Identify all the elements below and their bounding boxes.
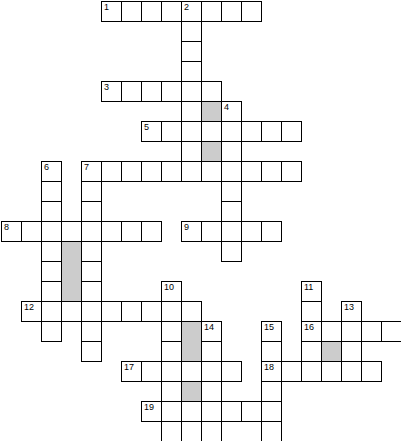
cell-r17-c4[interactable] (81, 341, 102, 362)
cell-r17-c13[interactable] (261, 341, 282, 362)
cell-r17-c10[interactable] (201, 341, 222, 362)
cell-r16-c10[interactable]: 14 (201, 321, 222, 342)
cell-r6-c12[interactable] (241, 121, 262, 142)
cell-r6-c9[interactable] (181, 121, 202, 142)
cell-r8-c7[interactable] (141, 161, 162, 182)
cell-r8-c6[interactable] (121, 161, 142, 182)
cell-r16-c18[interactable] (361, 321, 382, 342)
cell-r0-c12[interactable] (241, 1, 262, 22)
cell-r11-c10[interactable] (201, 221, 222, 242)
cell-r15-c7[interactable] (141, 301, 162, 322)
cell-r17-c17[interactable] (341, 341, 362, 362)
cell-r18-c16[interactable] (321, 361, 342, 382)
cell-r18-c17[interactable] (341, 361, 362, 382)
cell-r8-c2[interactable]: 6 (41, 161, 62, 182)
shaded-block-r19-c9 (181, 381, 202, 402)
cell-r18-c8[interactable] (161, 361, 182, 382)
cell-r8-c11[interactable] (221, 161, 242, 182)
cell-r16-c19[interactable] (381, 321, 401, 342)
clue-number-3: 3 (104, 83, 109, 92)
cell-r7-c11[interactable] (221, 141, 242, 162)
cell-r9-c4[interactable] (81, 181, 102, 202)
cell-r10-c4[interactable] (81, 201, 102, 222)
clue-number-8: 8 (4, 223, 9, 232)
cell-r12-c2[interactable] (41, 241, 62, 262)
shaded-block-r16-c9 (181, 321, 202, 362)
cell-r20-c11[interactable] (221, 401, 242, 422)
cell-r6-c14[interactable] (281, 121, 302, 142)
cell-r16-c15[interactable]: 16 (301, 321, 322, 342)
cell-r0-c6[interactable] (121, 1, 142, 22)
cell-r14-c2[interactable] (41, 281, 62, 302)
crossword-page: 12345678910111213141516171819 (0, 0, 401, 441)
cell-r8-c9[interactable] (181, 161, 202, 182)
cell-r6-c11[interactable] (221, 121, 242, 142)
cell-r6-c7[interactable]: 5 (141, 121, 162, 142)
cell-r11-c2[interactable] (41, 221, 62, 242)
cell-r15-c17[interactable]: 13 (341, 301, 362, 322)
cell-r15-c3[interactable] (61, 301, 82, 322)
cell-r4-c9[interactable] (181, 81, 202, 102)
cell-r11-c0[interactable]: 8 (1, 221, 22, 242)
cell-r10-c2[interactable] (41, 201, 62, 222)
cell-r11-c5[interactable] (101, 221, 122, 242)
cell-r8-c12[interactable] (241, 161, 262, 182)
cell-r14-c4[interactable] (81, 281, 102, 302)
shaded-block-r5-c10 (201, 101, 222, 122)
cell-r15-c9[interactable] (181, 301, 202, 322)
cell-r5-c9[interactable] (181, 101, 202, 122)
cell-r13-c2[interactable] (41, 261, 62, 282)
cell-r11-c9[interactable]: 9 (181, 221, 202, 242)
cell-r17-c8[interactable] (161, 341, 182, 362)
cell-r14-c15[interactable]: 11 (301, 281, 322, 302)
cell-r18-c7[interactable] (141, 361, 162, 382)
cell-r8-c14[interactable] (281, 161, 302, 182)
cell-r4-c10[interactable] (201, 81, 222, 102)
cell-r20-c9[interactable] (181, 401, 202, 422)
cell-r17-c15[interactable] (301, 341, 322, 362)
cell-r15-c2[interactable] (41, 301, 62, 322)
cell-r18-c15[interactable] (301, 361, 322, 382)
cell-r19-c13[interactable] (261, 381, 282, 402)
clue-number-11: 11 (304, 283, 313, 292)
cell-r20-c7[interactable]: 19 (141, 401, 162, 422)
shaded-block-r17-c16 (321, 341, 342, 362)
cell-r8-c10[interactable] (201, 161, 222, 182)
cell-r19-c10[interactable] (201, 381, 222, 402)
cell-r16-c17[interactable] (341, 321, 362, 342)
cell-r11-c7[interactable] (141, 221, 162, 242)
cell-r4-c7[interactable] (141, 81, 162, 102)
shaded-block-r7-c10 (201, 141, 222, 162)
cell-r16-c4[interactable] (81, 321, 102, 342)
clue-number-5: 5 (144, 123, 149, 132)
cell-r12-c11[interactable] (221, 241, 242, 262)
cell-r8-c5[interactable] (101, 161, 122, 182)
cell-r11-c12[interactable] (241, 221, 262, 242)
cell-r1-c9[interactable] (181, 21, 202, 42)
clue-number-1: 1 (104, 3, 109, 12)
cell-r16-c13[interactable]: 15 (261, 321, 282, 342)
cell-r6-c8[interactable] (161, 121, 182, 142)
cell-r15-c4[interactable] (81, 301, 102, 322)
cell-r20-c8[interactable] (161, 401, 182, 422)
clue-number-14: 14 (204, 323, 214, 332)
cell-r0-c9[interactable]: 2 (181, 1, 202, 22)
cell-r10-c11[interactable] (221, 201, 242, 222)
cell-r20-c12[interactable] (241, 401, 262, 422)
cell-r20-c13[interactable] (261, 401, 282, 422)
cell-r18-c10[interactable] (201, 361, 222, 382)
shaded-block-r12-c3 (61, 241, 82, 302)
cell-r15-c8[interactable] (161, 301, 182, 322)
clue-number-12: 12 (24, 303, 34, 312)
cell-r18-c11[interactable] (221, 361, 242, 382)
crossword-board: 12345678910111213141516171819 (1, 1, 401, 441)
cell-r0-c10[interactable] (201, 1, 222, 22)
clue-number-17: 17 (124, 363, 134, 372)
cell-r0-c11[interactable] (221, 1, 242, 22)
cell-r9-c11[interactable] (221, 181, 242, 202)
cell-r0-c5[interactable]: 1 (101, 1, 122, 22)
cell-r11-c13[interactable] (261, 221, 282, 242)
cell-r6-c13[interactable] (261, 121, 282, 142)
cell-r8-c13[interactable] (261, 161, 282, 182)
cell-r3-c9[interactable] (181, 61, 202, 82)
cell-r11-c11[interactable] (221, 221, 242, 242)
cell-r14-c8[interactable]: 10 (161, 281, 182, 302)
cell-r18-c6[interactable]: 17 (121, 361, 142, 382)
cell-r11-c1[interactable] (21, 221, 42, 242)
cell-r0-c7[interactable] (141, 1, 162, 22)
cell-r7-c9[interactable] (181, 141, 202, 162)
clue-number-2: 2 (184, 3, 189, 12)
cell-r9-c2[interactable] (41, 181, 62, 202)
cell-r8-c4[interactable]: 7 (81, 161, 102, 182)
cell-r2-c9[interactable] (181, 41, 202, 62)
cell-r18-c18[interactable] (361, 361, 382, 382)
clue-number-18: 18 (264, 363, 274, 372)
clue-number-10: 10 (164, 283, 174, 292)
cell-r4-c8[interactable] (161, 81, 182, 102)
cell-r20-c10[interactable] (201, 401, 222, 422)
cell-r15-c1[interactable]: 12 (21, 301, 42, 322)
clue-number-9: 9 (184, 223, 189, 232)
clue-number-4: 4 (224, 103, 229, 112)
clue-number-6: 6 (44, 163, 49, 172)
cell-r19-c8[interactable] (161, 381, 182, 402)
cell-r18-c14[interactable] (281, 361, 302, 382)
cell-r21-c13[interactable] (261, 421, 282, 441)
cell-r16-c2[interactable] (41, 321, 62, 342)
cell-r15-c5[interactable] (101, 301, 122, 322)
cell-r18-c13[interactable]: 18 (261, 361, 282, 382)
cell-r15-c15[interactable] (301, 301, 322, 322)
clue-number-19: 19 (144, 403, 154, 412)
cell-r6-c10[interactable] (201, 121, 222, 142)
cell-r16-c16[interactable] (321, 321, 342, 342)
cell-r13-c4[interactable] (81, 261, 102, 282)
clue-number-13: 13 (344, 303, 354, 312)
cell-r11-c4[interactable] (81, 221, 102, 242)
cell-r5-c11[interactable]: 4 (221, 101, 242, 122)
cell-r18-c9[interactable] (181, 361, 202, 382)
cell-r21-c10[interactable] (201, 421, 222, 441)
cell-r12-c4[interactable] (81, 241, 102, 262)
clue-number-15: 15 (264, 323, 274, 332)
clue-number-7: 7 (84, 163, 89, 172)
cell-r15-c6[interactable] (121, 301, 142, 322)
cell-r21-c8[interactable] (161, 421, 182, 441)
cell-r11-c6[interactable] (121, 221, 142, 242)
cell-r0-c8[interactable] (161, 1, 182, 22)
cell-r16-c8[interactable] (161, 321, 182, 342)
cell-r11-c3[interactable] (61, 221, 82, 242)
cell-r8-c8[interactable] (161, 161, 182, 182)
cell-r4-c5[interactable]: 3 (101, 81, 122, 102)
clue-number-16: 16 (304, 323, 314, 332)
cell-r4-c6[interactable] (121, 81, 142, 102)
